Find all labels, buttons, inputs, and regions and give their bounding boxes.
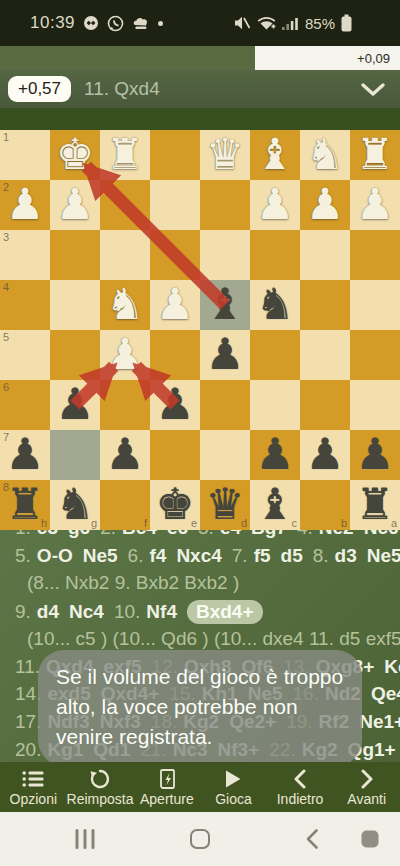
move-token[interactable]: Ne5 — [367, 545, 400, 567]
move-token[interactable]: d5 — [281, 545, 303, 567]
rank-label: 4 — [3, 281, 9, 293]
file-label: d — [241, 517, 247, 529]
move-line: (10... c5 ) (10... Qd6 ) (10... dxe4 11.… — [0, 628, 400, 650]
square-d7[interactable] — [200, 430, 250, 480]
square-b2[interactable]: ♟ — [300, 180, 350, 230]
eval-bar-light-segment: +0,09 — [255, 46, 400, 70]
file-label: f — [144, 517, 147, 529]
square-c6[interactable] — [250, 380, 300, 430]
square-g1[interactable]: ♚ — [50, 130, 100, 180]
app-screen: 10:39 85% — [0, 0, 400, 866]
overflow-dot-icon — [158, 21, 163, 26]
white-pawn: ♟ — [150, 280, 200, 330]
openings-book-icon — [157, 768, 177, 790]
square-d8[interactable]: d♛ — [200, 480, 250, 530]
move-token[interactable]: d4 — [37, 601, 59, 623]
signal-icon — [282, 16, 299, 31]
square-c7[interactable]: ♟ — [250, 430, 300, 480]
chevron-left-icon — [293, 768, 307, 790]
clock: 10:39 — [30, 13, 75, 33]
square-f5[interactable]: ♟ — [100, 330, 150, 380]
move-token[interactable]: f4 — [149, 545, 166, 567]
reset-button[interactable]: Reimposta — [67, 762, 134, 812]
square-e1[interactable] — [150, 130, 200, 180]
file-label: e — [191, 517, 197, 529]
square-h6[interactable]: 6 — [0, 380, 50, 430]
black-pawn: ♟ — [100, 430, 150, 480]
white-pawn: ♟ — [300, 180, 350, 230]
square-h7[interactable]: 7♟ — [0, 430, 50, 480]
square-b6[interactable] — [300, 380, 350, 430]
move-line: (8... Nxb2 9. Bxb2 Bxb2 ) — [0, 572, 400, 594]
square-c4[interactable]: ♞ — [250, 280, 300, 330]
chevron-down-icon[interactable] — [360, 82, 386, 97]
forward-move-button[interactable]: Avanti — [333, 762, 400, 812]
square-f4[interactable]: ♞ — [100, 280, 150, 330]
back-move-label: Indietro — [277, 791, 324, 807]
square-d2[interactable] — [200, 180, 250, 230]
move-line: 5.O-ONe56.f4Nxc47.f5d58.d3Ne5 — [0, 545, 400, 567]
square-c2[interactable]: ♟ — [250, 180, 300, 230]
options-button[interactable]: Opzioni — [0, 762, 67, 812]
square-d1[interactable]: ♛ — [200, 130, 250, 180]
move-token[interactable]: Ne1+ — [359, 711, 400, 733]
wifi-icon — [257, 16, 276, 31]
move-token[interactable]: f5 — [254, 545, 271, 567]
square-g5[interactable] — [50, 330, 100, 380]
move-token[interactable]: Ke7 — [384, 656, 400, 678]
back-move-button[interactable]: Indietro — [267, 762, 334, 812]
black-pawn: ♟ — [250, 430, 300, 480]
black-pawn: ♟ — [150, 380, 200, 430]
file-label: b — [341, 517, 347, 529]
square-b8[interactable]: b — [300, 480, 350, 530]
black-knight: ♞ — [250, 280, 300, 330]
square-f7[interactable]: ♟ — [100, 430, 150, 480]
move-token: 8. — [313, 545, 329, 567]
openings-label: Aperture — [140, 791, 194, 807]
square-c3[interactable] — [250, 230, 300, 280]
square-e6[interactable]: ♟ — [150, 380, 200, 430]
move-token: 7. — [232, 545, 248, 567]
whatsapp-icon — [107, 15, 124, 32]
square-e3[interactable] — [150, 230, 200, 280]
status-bar: 10:39 85% — [0, 0, 400, 46]
move-token: 10. — [114, 601, 140, 623]
rank-label: 3 — [3, 231, 9, 243]
white-knight: ♞ — [300, 130, 350, 180]
forward-move-label: Avanti — [347, 791, 386, 807]
play-button[interactable]: Gioca — [200, 762, 267, 812]
square-g6[interactable]: ♟ — [50, 380, 100, 430]
square-d3[interactable] — [200, 230, 250, 280]
square-a3[interactable] — [350, 230, 400, 280]
file-label: g — [91, 517, 97, 529]
white-pawn: ♟ — [50, 180, 100, 230]
white-knight: ♞ — [100, 280, 150, 330]
move-token: 6. — [128, 545, 144, 567]
square-g2[interactable]: ♟ — [50, 180, 100, 230]
black-pawn: ♟ — [50, 380, 100, 430]
eval-value-small: +0,09 — [357, 51, 390, 66]
move-token[interactable]: Nxc4 — [176, 545, 221, 567]
white-pawn: ♟ — [350, 180, 400, 230]
square-f2[interactable] — [100, 180, 150, 230]
options-list-icon — [22, 768, 44, 790]
square-e4[interactable]: ♟ — [150, 280, 200, 330]
square-b7[interactable]: ♟ — [300, 430, 350, 480]
current-move-label: 11. Qxd4 — [84, 78, 160, 100]
notification-icon — [83, 15, 99, 31]
move-line: 9.d4Nc410.Nf4Bxd4+ — [0, 600, 400, 624]
rank-label: 5 — [3, 331, 9, 343]
battery-icon — [341, 14, 352, 32]
square-f8[interactable]: f — [100, 480, 150, 530]
black-pawn: ♟ — [350, 430, 400, 480]
rank-label: 6 — [3, 381, 9, 393]
black-bishop: ♝ — [200, 280, 250, 330]
play-label: Gioca — [215, 791, 252, 807]
white-bishop: ♝ — [250, 130, 300, 180]
square-c5[interactable] — [250, 330, 300, 380]
white-king: ♚ — [50, 130, 100, 180]
white-rook: ♜ — [350, 130, 400, 180]
square-g4[interactable] — [50, 280, 100, 330]
bottom-toolbar: Opzioni Reimposta Aperture Gioca Indietr… — [0, 762, 400, 812]
black-pawn: ♟ — [300, 430, 350, 480]
reset-label: Reimposta — [67, 791, 134, 807]
evaluation-bar: +0,09 — [0, 46, 400, 70]
square-d6[interactable] — [200, 380, 250, 430]
android-navbar — [0, 812, 400, 866]
square-a2[interactable]: ♟ — [350, 180, 400, 230]
square-a8[interactable]: a♜ — [350, 480, 400, 530]
chevron-right-icon — [360, 768, 374, 790]
square-h1[interactable]: 1 — [0, 130, 50, 180]
rank-label: 8 — [3, 481, 9, 493]
square-g8[interactable]: g♞ — [50, 480, 100, 530]
move-token: (10... c5 ) (10... Qd6 ) (10... dxe4 11.… — [27, 628, 400, 650]
move-token[interactable]: Nc4 — [69, 601, 104, 623]
eval-bar-dark-segment — [0, 46, 255, 70]
file-label: a — [391, 517, 397, 529]
square-e5[interactable] — [150, 330, 200, 380]
square-f1[interactable]: ♜ — [100, 130, 150, 180]
eval-badge: +0,57 — [8, 76, 71, 102]
android-back-button[interactable] — [305, 828, 320, 850]
move-token: 9. — [15, 601, 31, 623]
mute-icon — [233, 15, 251, 31]
square-h3[interactable]: 3 — [0, 230, 50, 280]
square-b1[interactable]: ♞ — [300, 130, 350, 180]
square-g7[interactable] — [50, 430, 100, 480]
square-c1[interactable]: ♝ — [250, 130, 300, 180]
square-a7[interactable]: ♟ — [350, 430, 400, 480]
square-b3[interactable] — [300, 230, 350, 280]
file-label: c — [292, 517, 298, 529]
rank-label: 1 — [3, 131, 9, 143]
square-h5[interactable]: 5 — [0, 330, 50, 380]
square-h4[interactable]: 4 — [0, 280, 50, 330]
rank-label: 7 — [3, 431, 9, 443]
move-token: 11. — [15, 656, 40, 678]
move-token[interactable]: Ne5 — [83, 545, 118, 567]
move-token[interactable]: Qe4+ — [371, 683, 400, 705]
square-f3[interactable] — [100, 230, 150, 280]
analysis-header[interactable]: +0,57 11. Qxd4 — [0, 70, 400, 108]
square-b4[interactable] — [300, 280, 350, 330]
white-pawn: ♟ — [100, 330, 150, 380]
white-pawn: ♟ — [250, 180, 300, 230]
options-label: Opzioni — [10, 791, 57, 807]
edge-panel-button[interactable] — [362, 831, 379, 848]
square-a5[interactable] — [350, 330, 400, 380]
black-pawn: ♟ — [200, 330, 250, 380]
move-token[interactable]: d3 — [335, 545, 357, 567]
file-label: h — [41, 517, 47, 529]
square-a4[interactable] — [350, 280, 400, 330]
app-notification-icon — [132, 15, 150, 31]
battery-percentage: 85% — [305, 15, 335, 32]
rank-label: 2 — [3, 181, 9, 193]
move-token[interactable]: Nf4 — [146, 601, 177, 623]
square-a1[interactable]: ♜ — [350, 130, 400, 180]
square-e2[interactable] — [150, 180, 200, 230]
square-b5[interactable] — [300, 330, 350, 380]
chess-board: 1♚♜♛♝♞♜2♟♟♟♟♟34♞♟♝♞5♟♟6♟♟7♟♟♟♟♟8h♜g♞fe♚d… — [0, 130, 400, 530]
square-a6[interactable] — [350, 380, 400, 430]
header-board-divider — [0, 108, 400, 130]
square-e7[interactable] — [150, 430, 200, 480]
home-button[interactable] — [190, 829, 210, 849]
square-h2[interactable]: 2♟ — [0, 180, 50, 230]
white-queen: ♛ — [200, 130, 250, 180]
move-token: (8... Nxb2 9. Bxb2 Bxb2 ) — [27, 572, 239, 594]
square-f6[interactable] — [100, 380, 150, 430]
current-move-token[interactable]: Bxd4+ — [187, 600, 263, 624]
move-token: 5. — [15, 545, 31, 567]
reset-icon — [89, 768, 111, 790]
square-c8[interactable]: c♝ — [250, 480, 300, 530]
square-g3[interactable] — [50, 230, 100, 280]
move-token[interactable]: O-O — [37, 545, 73, 567]
recents-button[interactable] — [76, 829, 95, 849]
openings-button[interactable]: Aperture — [134, 762, 201, 812]
white-rook: ♜ — [100, 130, 150, 180]
play-icon — [224, 768, 242, 790]
square-d5[interactable]: ♟ — [200, 330, 250, 380]
square-d4[interactable]: ♝ — [200, 280, 250, 330]
toast-message: Se il volume del gioco è troppo alto, la… — [38, 650, 362, 766]
square-e8[interactable]: e♚ — [150, 480, 200, 530]
square-h8[interactable]: 8h♜ — [0, 480, 50, 530]
